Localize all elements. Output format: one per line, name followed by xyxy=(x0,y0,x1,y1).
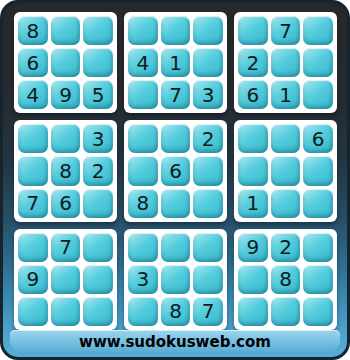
cell-r3c5[interactable]: 7 xyxy=(161,80,191,109)
cell-r6c2[interactable]: 6 xyxy=(51,189,81,218)
cell-r9c5[interactable]: 8 xyxy=(161,297,191,326)
cell-r1c6[interactable] xyxy=(193,16,223,45)
cell-value: 2 xyxy=(279,237,292,257)
cell-r7c2[interactable]: 7 xyxy=(51,233,81,262)
cell-r8c6[interactable] xyxy=(193,265,223,294)
cell-r5c9[interactable] xyxy=(303,156,333,185)
cell-value: 4 xyxy=(136,53,149,73)
cell-r1c1[interactable]: 8 xyxy=(18,16,48,45)
cell-r6c5[interactable] xyxy=(161,189,191,218)
cell-r6c6[interactable] xyxy=(193,189,223,218)
cell-value: 7 xyxy=(26,193,39,213)
sudoku-block-1-0: 38276 xyxy=(14,120,117,221)
sudoku-block-1-1: 268 xyxy=(124,120,227,221)
sudoku-block-2-2: 928 xyxy=(234,229,337,330)
sudoku-page: 8649541737261382762686179387928 www.sudo… xyxy=(0,0,350,360)
cell-value: 6 xyxy=(59,193,72,213)
cell-r2c4[interactable]: 4 xyxy=(128,48,158,77)
cell-r6c8[interactable] xyxy=(271,189,301,218)
cell-value: 3 xyxy=(202,85,215,105)
cell-r4c8[interactable] xyxy=(271,124,301,153)
cell-r4c6[interactable]: 2 xyxy=(193,124,223,153)
sudoku-board-frame: 8649541737261382762686179387928 www.sudo… xyxy=(0,0,350,360)
cell-r5c2[interactable]: 8 xyxy=(51,156,81,185)
cell-value: 3 xyxy=(136,269,149,289)
cell-r4c1[interactable] xyxy=(18,124,48,153)
cell-r5c3[interactable]: 2 xyxy=(83,156,113,185)
sudoku-block-2-0: 79 xyxy=(14,229,117,330)
cell-r7c7[interactable]: 9 xyxy=(238,233,268,262)
cell-r4c7[interactable] xyxy=(238,124,268,153)
cell-r7c1[interactable] xyxy=(18,233,48,262)
cell-r6c1[interactable]: 7 xyxy=(18,189,48,218)
cell-r5c5[interactable]: 6 xyxy=(161,156,191,185)
cell-r2c2[interactable] xyxy=(51,48,81,77)
cell-value: 7 xyxy=(279,21,292,41)
cell-r3c8[interactable]: 1 xyxy=(271,80,301,109)
cell-value: 8 xyxy=(279,269,292,289)
cell-r5c7[interactable] xyxy=(238,156,268,185)
cell-r2c3[interactable] xyxy=(83,48,113,77)
cell-r1c4[interactable] xyxy=(128,16,158,45)
cell-r4c2[interactable] xyxy=(51,124,81,153)
cell-r7c4[interactable] xyxy=(128,233,158,262)
cell-value: 9 xyxy=(246,237,259,257)
cell-r4c3[interactable]: 3 xyxy=(83,124,113,153)
sudoku-block-0-1: 4173 xyxy=(124,12,227,113)
cell-value: 6 xyxy=(169,161,182,181)
cell-r1c7[interactable] xyxy=(238,16,268,45)
cell-r3c1[interactable]: 4 xyxy=(18,80,48,109)
cell-r8c4[interactable]: 3 xyxy=(128,265,158,294)
cell-r9c2[interactable] xyxy=(51,297,81,326)
cell-value: 1 xyxy=(169,53,182,73)
cell-r9c8[interactable] xyxy=(271,297,301,326)
cell-r5c4[interactable] xyxy=(128,156,158,185)
cell-r8c1[interactable]: 9 xyxy=(18,265,48,294)
cell-r9c6[interactable]: 7 xyxy=(193,297,223,326)
cell-r8c8[interactable]: 8 xyxy=(271,265,301,294)
cell-r8c3[interactable] xyxy=(83,265,113,294)
cell-r3c6[interactable]: 3 xyxy=(193,80,223,109)
cell-value: 8 xyxy=(136,193,149,213)
cell-r6c7[interactable]: 1 xyxy=(238,189,268,218)
cell-value: 4 xyxy=(26,85,39,105)
cell-value: 8 xyxy=(59,161,72,181)
cell-r4c5[interactable] xyxy=(161,124,191,153)
cell-value: 1 xyxy=(279,85,292,105)
cell-value: 2 xyxy=(202,129,215,149)
website-link[interactable]: www.sudokusweb.com xyxy=(79,333,271,351)
cell-value: 3 xyxy=(92,129,105,149)
cell-r1c9[interactable] xyxy=(303,16,333,45)
cell-r3c2[interactable]: 9 xyxy=(51,80,81,109)
cell-value: 8 xyxy=(26,21,39,41)
cell-r8c7[interactable] xyxy=(238,265,268,294)
cell-value: 9 xyxy=(26,269,39,289)
cell-r8c5[interactable] xyxy=(161,265,191,294)
sudoku-block-1-2: 61 xyxy=(234,120,337,221)
sudoku-board: 8649541737261382762686179387928 xyxy=(14,12,337,330)
cell-r7c8[interactable]: 2 xyxy=(271,233,301,262)
cell-r8c9[interactable] xyxy=(303,265,333,294)
cell-value: 6 xyxy=(312,129,325,149)
cell-value: 7 xyxy=(202,301,215,321)
cell-r6c3[interactable] xyxy=(83,189,113,218)
cell-r7c3[interactable] xyxy=(83,233,113,262)
cell-r2c7[interactable]: 2 xyxy=(238,48,268,77)
cell-value: 7 xyxy=(59,237,72,257)
cell-r9c7[interactable] xyxy=(238,297,268,326)
cell-r2c9[interactable] xyxy=(303,48,333,77)
cell-r8c2[interactable] xyxy=(51,265,81,294)
cell-r9c1[interactable] xyxy=(18,297,48,326)
cell-r4c9[interactable]: 6 xyxy=(303,124,333,153)
cell-r1c3[interactable] xyxy=(83,16,113,45)
cell-r9c3[interactable] xyxy=(83,297,113,326)
cell-value: 2 xyxy=(92,161,105,181)
footer-bar: www.sudokusweb.com xyxy=(10,330,340,353)
cell-value: 6 xyxy=(246,85,259,105)
cell-r2c8[interactable] xyxy=(271,48,301,77)
cell-r4c4[interactable] xyxy=(128,124,158,153)
cell-r1c5[interactable] xyxy=(161,16,191,45)
cell-r9c9[interactable] xyxy=(303,297,333,326)
cell-r3c3[interactable]: 5 xyxy=(83,80,113,109)
cell-r7c6[interactable] xyxy=(193,233,223,262)
cell-r5c6[interactable] xyxy=(193,156,223,185)
cell-r5c1[interactable] xyxy=(18,156,48,185)
cell-r2c1[interactable]: 6 xyxy=(18,48,48,77)
cell-r2c5[interactable]: 1 xyxy=(161,48,191,77)
cell-value: 5 xyxy=(92,85,105,105)
cell-r6c4[interactable]: 8 xyxy=(128,189,158,218)
sudoku-block-2-1: 387 xyxy=(124,229,227,330)
cell-r1c2[interactable] xyxy=(51,16,81,45)
cell-value: 6 xyxy=(26,53,39,73)
cell-r1c8[interactable]: 7 xyxy=(271,16,301,45)
cell-r9c4[interactable] xyxy=(128,297,158,326)
sudoku-block-0-2: 7261 xyxy=(234,12,337,113)
cell-value: 1 xyxy=(246,193,259,213)
cell-value: 9 xyxy=(59,85,72,105)
cell-r3c9[interactable] xyxy=(303,80,333,109)
cell-r2c6[interactable] xyxy=(193,48,223,77)
sudoku-block-0-0: 86495 xyxy=(14,12,117,113)
cell-r3c4[interactable] xyxy=(128,80,158,109)
cell-r6c9[interactable] xyxy=(303,189,333,218)
cell-value: 2 xyxy=(246,53,259,73)
cell-r7c5[interactable] xyxy=(161,233,191,262)
cell-r3c7[interactable]: 6 xyxy=(238,80,268,109)
cell-r7c9[interactable] xyxy=(303,233,333,262)
cell-value: 7 xyxy=(169,85,182,105)
cell-value: 8 xyxy=(169,301,182,321)
cell-r5c8[interactable] xyxy=(271,156,301,185)
